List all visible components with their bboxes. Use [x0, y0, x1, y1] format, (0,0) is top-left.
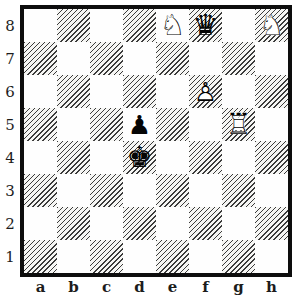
board: ♞♘♛♞♘♟♙♟♜♖♚ [20, 5, 292, 277]
file-label-f: f [189, 278, 222, 298]
square-b1[interactable] [57, 240, 90, 273]
white-rook-icon[interactable]: ♜♖ [222, 108, 255, 141]
square-g2[interactable] [222, 207, 255, 240]
square-e1[interactable] [156, 240, 189, 273]
square-d1[interactable] [123, 240, 156, 273]
square-e3[interactable] [156, 174, 189, 207]
file-label-e: e [156, 278, 189, 298]
square-f1[interactable] [189, 240, 222, 273]
square-b6[interactable] [57, 75, 90, 108]
black-queen-icon[interactable]: ♛ [189, 9, 222, 42]
chess-diagram: 87654321 ♞♘♛♞♘♟♙♟♜♖♚ abcdefgh [0, 0, 295, 300]
black-pawn-icon[interactable]: ♟ [123, 108, 156, 141]
square-f5[interactable] [189, 108, 222, 141]
square-b8[interactable] [57, 9, 90, 42]
rank-label-3: 3 [0, 174, 20, 207]
square-b4[interactable] [57, 141, 90, 174]
square-b2[interactable] [57, 207, 90, 240]
square-g3[interactable] [222, 174, 255, 207]
square-c3[interactable] [90, 174, 123, 207]
square-d6[interactable] [123, 75, 156, 108]
file-label-c: c [90, 278, 123, 298]
rank-label-2: 2 [0, 207, 20, 240]
square-c1[interactable] [90, 240, 123, 273]
square-h1[interactable] [255, 240, 288, 273]
square-d7[interactable] [123, 42, 156, 75]
square-f2[interactable] [189, 207, 222, 240]
square-e4[interactable] [156, 141, 189, 174]
square-e8[interactable]: ♞♘ [156, 9, 189, 42]
square-d2[interactable] [123, 207, 156, 240]
rank-label-4: 4 [0, 141, 20, 174]
square-a6[interactable] [24, 75, 57, 108]
square-f6[interactable]: ♟♙ [189, 75, 222, 108]
square-f4[interactable] [189, 141, 222, 174]
rank-label-8: 8 [0, 9, 20, 42]
square-a5[interactable] [24, 108, 57, 141]
black-king-icon[interactable]: ♚ [123, 141, 156, 174]
square-a3[interactable] [24, 174, 57, 207]
file-label-h: h [255, 278, 288, 298]
square-f8[interactable]: ♛ [189, 9, 222, 42]
square-h3[interactable] [255, 174, 288, 207]
square-h2[interactable] [255, 207, 288, 240]
square-c7[interactable] [90, 42, 123, 75]
rank-label-7: 7 [0, 42, 20, 75]
square-b7[interactable] [57, 42, 90, 75]
square-c8[interactable] [90, 9, 123, 42]
square-f7[interactable] [189, 42, 222, 75]
square-d5[interactable]: ♟ [123, 108, 156, 141]
square-e2[interactable] [156, 207, 189, 240]
square-d4[interactable]: ♚ [123, 141, 156, 174]
square-h4[interactable] [255, 141, 288, 174]
square-a8[interactable] [24, 9, 57, 42]
white-knight-icon[interactable]: ♞♘ [255, 9, 288, 42]
file-labels: abcdefgh [24, 278, 295, 298]
square-b3[interactable] [57, 174, 90, 207]
square-c5[interactable] [90, 108, 123, 141]
white-knight-icon[interactable]: ♞♘ [156, 9, 189, 42]
square-g6[interactable] [222, 75, 255, 108]
square-a4[interactable] [24, 141, 57, 174]
square-g7[interactable] [222, 42, 255, 75]
board-area: 87654321 ♞♘♛♞♘♟♙♟♜♖♚ [0, 0, 295, 277]
square-h8[interactable]: ♞♘ [255, 9, 288, 42]
square-g8[interactable] [222, 9, 255, 42]
file-label-d: d [123, 278, 156, 298]
square-e5[interactable] [156, 108, 189, 141]
square-h5[interactable] [255, 108, 288, 141]
file-label-a: a [24, 278, 57, 298]
file-label-g: g [222, 278, 255, 298]
square-g1[interactable] [222, 240, 255, 273]
square-f3[interactable] [189, 174, 222, 207]
rank-label-6: 6 [0, 75, 20, 108]
square-a7[interactable] [24, 42, 57, 75]
rank-labels: 87654321 [0, 5, 20, 277]
white-pawn-icon[interactable]: ♟♙ [189, 75, 222, 108]
file-label-b: b [57, 278, 90, 298]
square-a1[interactable] [24, 240, 57, 273]
rank-label-1: 1 [0, 240, 20, 273]
rank-label-5: 5 [0, 108, 20, 141]
square-c6[interactable] [90, 75, 123, 108]
square-a2[interactable] [24, 207, 57, 240]
square-h6[interactable] [255, 75, 288, 108]
square-c4[interactable] [90, 141, 123, 174]
square-d3[interactable] [123, 174, 156, 207]
square-c2[interactable] [90, 207, 123, 240]
square-h7[interactable] [255, 42, 288, 75]
square-g4[interactable] [222, 141, 255, 174]
square-e7[interactable] [156, 42, 189, 75]
square-g5[interactable]: ♜♖ [222, 108, 255, 141]
square-d8[interactable] [123, 9, 156, 42]
square-b5[interactable] [57, 108, 90, 141]
square-e6[interactable] [156, 75, 189, 108]
